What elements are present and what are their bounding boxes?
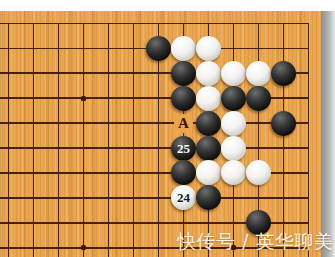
stone-black-25: 25 xyxy=(171,136,196,161)
grid-line-horizontal xyxy=(0,147,309,149)
stone-black xyxy=(171,61,196,86)
watermark-text: 快传号 / 英华聊美食 xyxy=(177,229,335,255)
stone-black xyxy=(196,111,221,136)
stone-white xyxy=(171,36,196,61)
grid-line-horizontal xyxy=(0,122,309,124)
stone-black xyxy=(146,36,171,61)
stone-black xyxy=(221,86,246,111)
stone-black xyxy=(271,111,296,136)
stone-white xyxy=(221,111,246,136)
grid-line-horizontal xyxy=(0,23,309,25)
stone-black xyxy=(196,136,221,161)
stone-white xyxy=(221,61,246,86)
stone-white xyxy=(196,36,221,61)
stone-black xyxy=(271,61,296,86)
stone-white xyxy=(196,86,221,111)
top-banner xyxy=(0,0,335,11)
stone-white xyxy=(196,61,221,86)
star-point xyxy=(81,245,86,250)
stone-black xyxy=(171,86,196,111)
stone-white xyxy=(246,61,271,86)
point-label-A: A xyxy=(174,114,193,133)
board-right-edge-shadow xyxy=(321,11,335,257)
stone-black xyxy=(246,86,271,111)
stone-white xyxy=(221,136,246,161)
star-point xyxy=(81,96,86,101)
go-diagram-screenshot: 2524A快传号 / 英华聊美食 xyxy=(0,0,335,257)
grid-line-horizontal xyxy=(0,197,309,199)
